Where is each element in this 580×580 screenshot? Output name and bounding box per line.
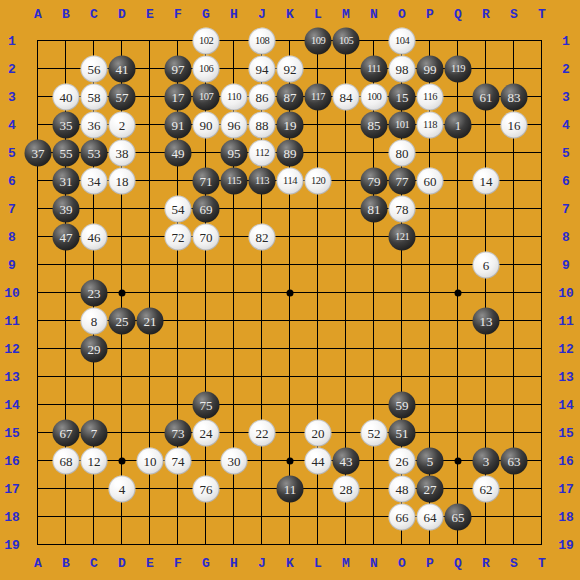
stone-C12-move-29[interactable]: 29: [81, 336, 108, 363]
stone-K2-move-92[interactable]: 92: [277, 56, 304, 83]
stone-O17-move-48[interactable]: 48: [389, 476, 416, 503]
col-label-top-E: E: [146, 8, 154, 21]
stone-D17-move-4[interactable]: 4: [109, 476, 136, 503]
stone-R11-move-13[interactable]: 13: [473, 308, 500, 335]
stone-G1-move-102[interactable]: 102: [193, 28, 220, 55]
stone-Q2-move-119[interactable]: 119: [445, 56, 472, 83]
stone-D3-move-57[interactable]: 57: [109, 84, 136, 111]
stone-F7-move-54[interactable]: 54: [165, 196, 192, 223]
stone-N4-move-85[interactable]: 85: [361, 112, 388, 139]
row-label-right-6: 6: [562, 175, 570, 188]
col-label-bottom-K: K: [286, 557, 294, 570]
row-label-left-16: 16: [4, 455, 20, 468]
stone-Q18-move-65[interactable]: 65: [445, 504, 472, 531]
col-label-bottom-G: G: [202, 557, 210, 570]
stone-D2-move-41[interactable]: 41: [109, 56, 136, 83]
stone-K17-move-11[interactable]: 11: [277, 476, 304, 503]
stone-F16-move-74[interactable]: 74: [165, 448, 192, 475]
row-label-left-11: 11: [4, 315, 20, 328]
stone-J2-move-94[interactable]: 94: [249, 56, 276, 83]
stone-M1-move-105[interactable]: 105: [333, 28, 360, 55]
stone-C4-move-36[interactable]: 36: [81, 112, 108, 139]
row-label-right-2: 2: [562, 63, 570, 76]
stone-J6-move-113[interactable]: 113: [249, 168, 276, 195]
stone-H4-move-96[interactable]: 96: [221, 112, 248, 139]
row-label-right-14: 14: [558, 399, 574, 412]
stone-J1-move-108[interactable]: 108: [249, 28, 276, 55]
row-label-left-3: 3: [8, 91, 16, 104]
col-label-bottom-R: R: [482, 557, 490, 570]
stone-P4-move-118[interactable]: 118: [417, 112, 444, 139]
stone-F2-move-97[interactable]: 97: [165, 56, 192, 83]
stone-D4-move-2[interactable]: 2: [109, 112, 136, 139]
stone-K5-move-89[interactable]: 89: [277, 140, 304, 167]
col-label-top-C: C: [90, 8, 98, 21]
stone-F5-move-49[interactable]: 49: [165, 140, 192, 167]
col-label-top-P: P: [426, 8, 434, 21]
stone-K4-move-19[interactable]: 19: [277, 112, 304, 139]
stone-P6-move-60[interactable]: 60: [417, 168, 444, 195]
col-label-top-H: H: [230, 8, 238, 21]
stone-H6-move-115[interactable]: 115: [221, 168, 248, 195]
row-label-left-4: 4: [8, 119, 16, 132]
stone-A5-move-37[interactable]: 37: [25, 140, 52, 167]
stone-O15-move-51[interactable]: 51: [389, 420, 416, 447]
stone-Q4-move-1[interactable]: 1: [445, 112, 472, 139]
col-label-top-L: L: [314, 8, 322, 21]
star-point-Q16: [455, 458, 462, 465]
stone-B8-move-47[interactable]: 47: [53, 224, 80, 251]
stone-O5-move-80[interactable]: 80: [389, 140, 416, 167]
stone-G8-move-70[interactable]: 70: [193, 224, 220, 251]
row-label-right-18: 18: [558, 511, 574, 524]
stone-S4-move-16[interactable]: 16: [501, 112, 528, 139]
stone-G6-move-71[interactable]: 71: [193, 168, 220, 195]
row-label-right-10: 10: [558, 287, 574, 300]
stone-G14-move-75[interactable]: 75: [193, 392, 220, 419]
col-label-top-G: G: [202, 8, 210, 21]
stone-R3-move-61[interactable]: 61: [473, 84, 500, 111]
stone-C2-move-56[interactable]: 56: [81, 56, 108, 83]
row-label-left-15: 15: [4, 427, 20, 440]
stone-M16-move-43[interactable]: 43: [333, 448, 360, 475]
row-label-left-7: 7: [8, 203, 16, 216]
row-label-right-13: 13: [558, 371, 574, 384]
col-label-bottom-F: F: [174, 557, 182, 570]
stone-P3-move-116[interactable]: 116: [417, 84, 444, 111]
go-board[interactable]: AABBCCDDEEFFGGHHJJKKLLMMNNOOPPQQRRSSTT11…: [0, 0, 580, 580]
stone-O18-move-66[interactable]: 66: [389, 504, 416, 531]
stone-R17-move-62[interactable]: 62: [473, 476, 500, 503]
row-label-right-7: 7: [562, 203, 570, 216]
row-label-left-10: 10: [4, 287, 20, 300]
col-label-top-N: N: [370, 8, 378, 21]
stone-B15-move-67[interactable]: 67: [53, 420, 80, 447]
row-label-right-16: 16: [558, 455, 574, 468]
row-label-left-19: 19: [4, 539, 20, 552]
stone-F3-move-17[interactable]: 17: [165, 84, 192, 111]
stone-L16-move-44[interactable]: 44: [305, 448, 332, 475]
col-label-bottom-P: P: [426, 557, 434, 570]
stone-O4-move-101[interactable]: 101: [389, 112, 416, 139]
stone-H16-move-30[interactable]: 30: [221, 448, 248, 475]
col-label-bottom-A: A: [34, 557, 42, 570]
row-label-right-1: 1: [562, 35, 570, 48]
col-label-top-K: K: [286, 8, 294, 21]
row-label-right-3: 3: [562, 91, 570, 104]
stone-B3-move-40[interactable]: 40: [53, 84, 80, 111]
stone-R16-move-3[interactable]: 3: [473, 448, 500, 475]
row-label-right-8: 8: [562, 231, 570, 244]
col-label-bottom-S: S: [510, 557, 518, 570]
stone-S16-move-63[interactable]: 63: [501, 448, 528, 475]
stone-F4-move-91[interactable]: 91: [165, 112, 192, 139]
col-label-top-M: M: [342, 8, 350, 21]
row-label-right-9: 9: [562, 259, 570, 272]
row-label-left-6: 6: [8, 175, 16, 188]
row-label-right-17: 17: [558, 483, 574, 496]
row-label-right-11: 11: [558, 315, 574, 328]
stone-C15-move-7[interactable]: 7: [81, 420, 108, 447]
col-label-bottom-O: O: [398, 557, 406, 570]
stone-O8-move-121[interactable]: 121: [389, 224, 416, 251]
stone-O2-move-98[interactable]: 98: [389, 56, 416, 83]
col-label-bottom-H: H: [230, 557, 238, 570]
star-point-D10: [119, 290, 126, 297]
row-label-left-14: 14: [4, 399, 20, 412]
row-label-left-13: 13: [4, 371, 20, 384]
stone-O14-move-59[interactable]: 59: [389, 392, 416, 419]
col-label-bottom-L: L: [314, 557, 322, 570]
stone-C5-move-53[interactable]: 53: [81, 140, 108, 167]
stone-F8-move-72[interactable]: 72: [165, 224, 192, 251]
star-point-D16: [119, 458, 126, 465]
row-label-left-5: 5: [8, 147, 16, 160]
stone-J3-move-86[interactable]: 86: [249, 84, 276, 111]
star-point-K16: [287, 458, 294, 465]
stone-F15-move-73[interactable]: 73: [165, 420, 192, 447]
star-point-Q10: [455, 290, 462, 297]
stone-K3-move-87[interactable]: 87: [277, 84, 304, 111]
stone-O1-move-104[interactable]: 104: [389, 28, 416, 55]
stone-D5-move-38[interactable]: 38: [109, 140, 136, 167]
row-label-left-17: 17: [4, 483, 20, 496]
stone-D6-move-18[interactable]: 18: [109, 168, 136, 195]
col-label-top-B: B: [62, 8, 70, 21]
stone-E11-move-21[interactable]: 21: [137, 308, 164, 335]
stone-G2-move-106[interactable]: 106: [193, 56, 220, 83]
row-label-left-18: 18: [4, 511, 20, 524]
col-label-top-R: R: [482, 8, 490, 21]
col-label-top-J: J: [258, 8, 266, 21]
col-label-bottom-B: B: [62, 557, 70, 570]
stone-D11-move-25[interactable]: 25: [109, 308, 136, 335]
row-label-left-2: 2: [8, 63, 16, 76]
stone-N7-move-81[interactable]: 81: [361, 196, 388, 223]
stone-G4-move-90[interactable]: 90: [193, 112, 220, 139]
col-label-top-T: T: [538, 8, 546, 21]
stone-L15-move-20[interactable]: 20: [305, 420, 332, 447]
col-label-top-D: D: [118, 8, 126, 21]
stone-G17-move-76[interactable]: 76: [193, 476, 220, 503]
stone-B7-move-39[interactable]: 39: [53, 196, 80, 223]
stone-N2-move-111[interactable]: 111: [361, 56, 388, 83]
col-label-bottom-T: T: [538, 557, 546, 570]
stone-B16-move-68[interactable]: 68: [53, 448, 80, 475]
row-label-right-4: 4: [562, 119, 570, 132]
stone-B5-move-55[interactable]: 55: [53, 140, 80, 167]
stone-J5-move-112[interactable]: 112: [249, 140, 276, 167]
stone-B6-move-31[interactable]: 31: [53, 168, 80, 195]
col-label-bottom-J: J: [258, 557, 266, 570]
col-label-bottom-M: M: [342, 557, 350, 570]
stone-L3-move-117[interactable]: 117: [305, 84, 332, 111]
col-label-bottom-D: D: [118, 557, 126, 570]
stone-C10-move-23[interactable]: 23: [81, 280, 108, 307]
row-label-left-1: 1: [8, 35, 16, 48]
stone-S3-move-83[interactable]: 83: [501, 84, 528, 111]
col-label-top-S: S: [510, 8, 518, 21]
col-label-top-Q: Q: [454, 8, 462, 21]
row-label-right-12: 12: [558, 343, 574, 356]
stone-M3-move-84[interactable]: 84: [333, 84, 360, 111]
stone-G3-move-107[interactable]: 107: [193, 84, 220, 111]
stone-J15-move-22[interactable]: 22: [249, 420, 276, 447]
stone-K6-move-114[interactable]: 114: [277, 168, 304, 195]
stone-P18-move-64[interactable]: 64: [417, 504, 444, 531]
stone-O3-move-15[interactable]: 15: [389, 84, 416, 111]
stone-N15-move-52[interactable]: 52: [361, 420, 388, 447]
stone-R6-move-14[interactable]: 14: [473, 168, 500, 195]
stone-L1-move-109[interactable]: 109: [305, 28, 332, 55]
stone-L6-move-120[interactable]: 120: [305, 168, 332, 195]
stone-M17-move-28[interactable]: 28: [333, 476, 360, 503]
stone-G7-move-69[interactable]: 69: [193, 196, 220, 223]
stone-E16-move-10[interactable]: 10: [137, 448, 164, 475]
row-label-left-12: 12: [4, 343, 20, 356]
row-label-left-8: 8: [8, 231, 16, 244]
stone-H3-move-110[interactable]: 110: [221, 84, 248, 111]
stone-O16-move-26[interactable]: 26: [389, 448, 416, 475]
stone-R9-move-6[interactable]: 6: [473, 252, 500, 279]
row-label-right-5: 5: [562, 147, 570, 160]
stone-N3-move-100[interactable]: 100: [361, 84, 388, 111]
stone-P2-move-99[interactable]: 99: [417, 56, 444, 83]
col-label-bottom-Q: Q: [454, 557, 462, 570]
stone-O7-move-78[interactable]: 78: [389, 196, 416, 223]
star-point-K10: [287, 290, 294, 297]
row-label-left-9: 9: [8, 259, 16, 272]
col-label-bottom-N: N: [370, 557, 378, 570]
row-label-right-19: 19: [558, 539, 574, 552]
stone-G15-move-24[interactable]: 24: [193, 420, 220, 447]
stone-C3-move-58[interactable]: 58: [81, 84, 108, 111]
col-label-bottom-C: C: [90, 557, 98, 570]
stone-C16-move-12[interactable]: 12: [81, 448, 108, 475]
stone-P16-move-5[interactable]: 5: [417, 448, 444, 475]
stone-O6-move-77[interactable]: 77: [389, 168, 416, 195]
col-label-top-A: A: [34, 8, 42, 21]
stone-J4-move-88[interactable]: 88: [249, 112, 276, 139]
stone-P17-move-27[interactable]: 27: [417, 476, 444, 503]
stone-C6-move-34[interactable]: 34: [81, 168, 108, 195]
col-label-bottom-E: E: [146, 557, 154, 570]
col-label-top-F: F: [174, 8, 182, 21]
stone-H5-move-95[interactable]: 95: [221, 140, 248, 167]
stone-C8-move-46[interactable]: 46: [81, 224, 108, 251]
col-label-top-O: O: [398, 8, 406, 21]
stone-C11-move-8[interactable]: 8: [81, 308, 108, 335]
stone-N6-move-79[interactable]: 79: [361, 168, 388, 195]
stone-B4-move-35[interactable]: 35: [53, 112, 80, 139]
stone-J8-move-82[interactable]: 82: [249, 224, 276, 251]
row-label-right-15: 15: [558, 427, 574, 440]
